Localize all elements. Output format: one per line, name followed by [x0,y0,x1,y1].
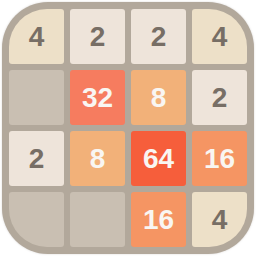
tile-8-r3c2: 8 [70,131,125,186]
tile-16-r4c3: 16 [131,192,186,247]
tile-2-r1c2: 2 [70,9,125,64]
tile-4-r1c1: 4 [9,9,64,64]
app-icon-background: 42243282286416164 [0,0,256,256]
tile-2-r3c1: 2 [9,131,64,186]
tile-4-r1c4: 4 [192,9,247,64]
empty-cell-r4c1 [9,192,64,247]
tile-2-r2c4: 2 [192,70,247,125]
game-2048-icon: 42243282286416164 [2,2,254,254]
tile-64-r3c3: 64 [131,131,186,186]
empty-cell-r4c2 [70,192,125,247]
tile-32-r2c2: 32 [70,70,125,125]
tile-8-r2c3: 8 [131,70,186,125]
tile-2-r1c3: 2 [131,9,186,64]
empty-cell-r2c1 [9,70,64,125]
board-grid-4x4[interactable]: 42243282286416164 [9,9,247,247]
tile-16-r3c4: 16 [192,131,247,186]
tile-4-r4c4: 4 [192,192,247,247]
